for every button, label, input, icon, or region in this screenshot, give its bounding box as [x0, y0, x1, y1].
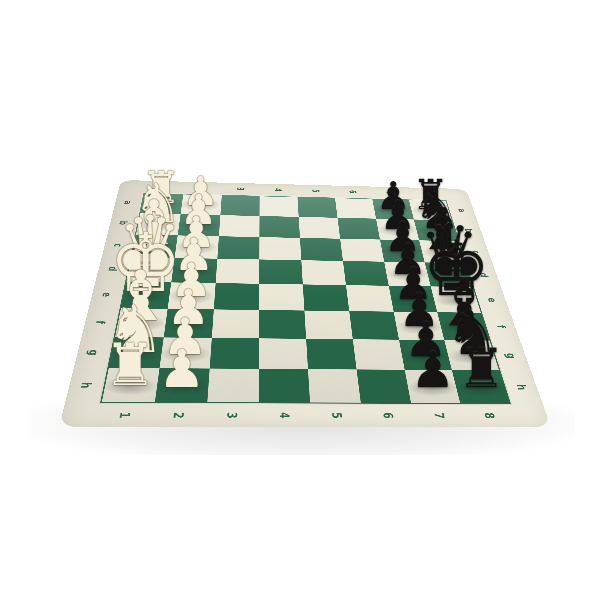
rank-label-front-3: 3 — [225, 412, 239, 418]
square-d4[interactable] — [259, 260, 302, 285]
square-g5[interactable] — [306, 339, 356, 370]
rank-label-back-3: 3 — [236, 187, 246, 191]
square-b3[interactable] — [219, 215, 260, 237]
rank-label-front-5: 5 — [330, 412, 344, 418]
square-f5[interactable] — [304, 310, 352, 339]
square-a4[interactable] — [260, 196, 299, 217]
rank-label-front-4: 4 — [278, 412, 291, 418]
square-a3[interactable] — [220, 195, 259, 216]
square-g3[interactable] — [209, 338, 259, 369]
square-g4[interactable] — [259, 338, 308, 369]
square-h5[interactable] — [308, 369, 361, 402]
rank-label-front-8: 8 — [482, 413, 496, 419]
square-f4[interactable] — [259, 310, 306, 339]
square-e3[interactable] — [214, 283, 260, 310]
square-a5[interactable] — [297, 197, 337, 217]
square-d3[interactable] — [215, 259, 259, 284]
square-c4[interactable] — [259, 237, 301, 260]
square-h4[interactable] — [259, 369, 310, 403]
file-label-right-h: h — [515, 384, 529, 390]
square-h3[interactable] — [207, 369, 259, 403]
rank-label-front-6: 6 — [381, 412, 395, 418]
chess-scene: 11aa22bb33cc44dd55ee66ff77gg88hh ♜♟♟♜♞♟♟… — [0, 0, 600, 600]
file-label-left-h: h — [79, 382, 94, 388]
rank-label-front-7: 7 — [432, 412, 446, 418]
square-f3[interactable] — [212, 309, 260, 338]
square-b4[interactable] — [260, 216, 300, 238]
square-b5[interactable] — [299, 217, 340, 239]
rank-label-front-1: 1 — [117, 412, 132, 418]
square-c3[interactable] — [217, 236, 259, 259]
piece-white-pawn-h2[interactable]: ♟ — [150, 340, 213, 394]
piece-black-rook-h8[interactable]: ♜ — [449, 339, 514, 394]
rank-label-front-2: 2 — [172, 412, 186, 418]
rank-label-back-6: 6 — [348, 190, 358, 193]
rank-label-back-4: 4 — [274, 188, 284, 192]
square-c5[interactable] — [300, 238, 343, 261]
rank-label-back-5: 5 — [311, 189, 321, 192]
square-e5[interactable] — [303, 284, 349, 311]
square-d5[interactable] — [301, 260, 346, 285]
square-e4[interactable] — [259, 284, 304, 311]
